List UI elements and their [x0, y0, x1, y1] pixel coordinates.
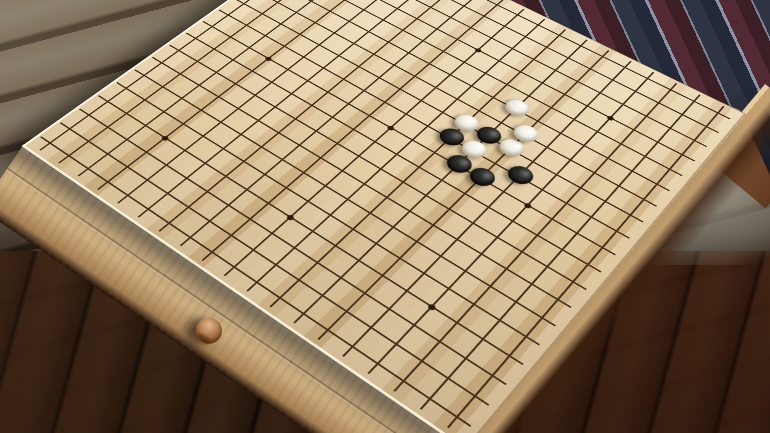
go-stone-white-N14 [497, 97, 533, 122]
star-point [270, 202, 310, 232]
star-point [251, 47, 286, 70]
star-point [461, 39, 495, 62]
drawer-knob [191, 313, 227, 349]
star-point [508, 191, 547, 220]
star-point [146, 125, 184, 152]
star-point [592, 105, 628, 130]
star-point [372, 115, 409, 141]
go-board-photo: overhead photo of a blond wooden go boar… [0, 0, 770, 433]
go-stone-black-P11 [499, 163, 537, 191]
star-point [411, 290, 453, 324]
